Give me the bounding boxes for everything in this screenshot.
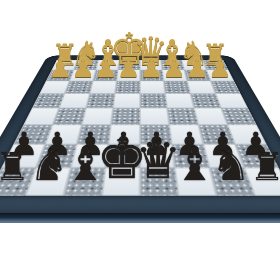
- square-f8: [63, 168, 105, 196]
- square-a1: [203, 60, 229, 70]
- square-g2: [69, 70, 95, 81]
- square-c2: [162, 70, 187, 81]
- square-d7: [140, 144, 175, 167]
- square-e6: [108, 125, 140, 145]
- square-g1: [74, 60, 99, 70]
- square-e8: [102, 168, 140, 196]
- chess-board: [0, 60, 280, 196]
- board-front-edge: [0, 213, 280, 223]
- square-f3: [90, 81, 117, 94]
- square-a2: [206, 70, 234, 81]
- square-g3: [65, 81, 93, 94]
- square-f1: [96, 60, 119, 70]
- square-c3: [164, 81, 191, 94]
- square-c4: [165, 94, 194, 108]
- square-d3: [140, 81, 165, 94]
- square-e4: [113, 94, 140, 108]
- square-e1: [118, 60, 140, 70]
- square-d8: [140, 168, 178, 196]
- square-d5: [140, 108, 169, 125]
- square-c1: [161, 60, 184, 70]
- square-e3: [115, 81, 140, 94]
- square-d2: [140, 70, 164, 81]
- square-e2: [116, 70, 140, 81]
- square-g5: [53, 108, 86, 125]
- square-g4: [59, 94, 90, 108]
- square-d6: [140, 125, 172, 145]
- square-a3: [211, 81, 241, 94]
- square-f4: [86, 94, 115, 108]
- square-f7: [71, 144, 109, 167]
- board-frame: [0, 55, 280, 214]
- square-d1: [140, 60, 162, 70]
- square-f2: [93, 70, 118, 81]
- square-a4: [215, 94, 248, 108]
- square-f5: [82, 108, 113, 125]
- square-d4: [140, 94, 167, 108]
- square-a5: [221, 108, 257, 125]
- board-scene: [0, 0, 280, 280]
- chess-set-photo: ♜♞♝♚♛♝♞♜♟♟♟♟♟♟♟♟♟♟♟♟♟♟♟♟♜♞♝♚♛♝♞♜: [0, 0, 280, 280]
- square-e5: [111, 108, 140, 125]
- square-f6: [77, 125, 111, 145]
- square-c5: [167, 108, 198, 125]
- square-e7: [105, 144, 140, 167]
- square-a6: [227, 125, 266, 145]
